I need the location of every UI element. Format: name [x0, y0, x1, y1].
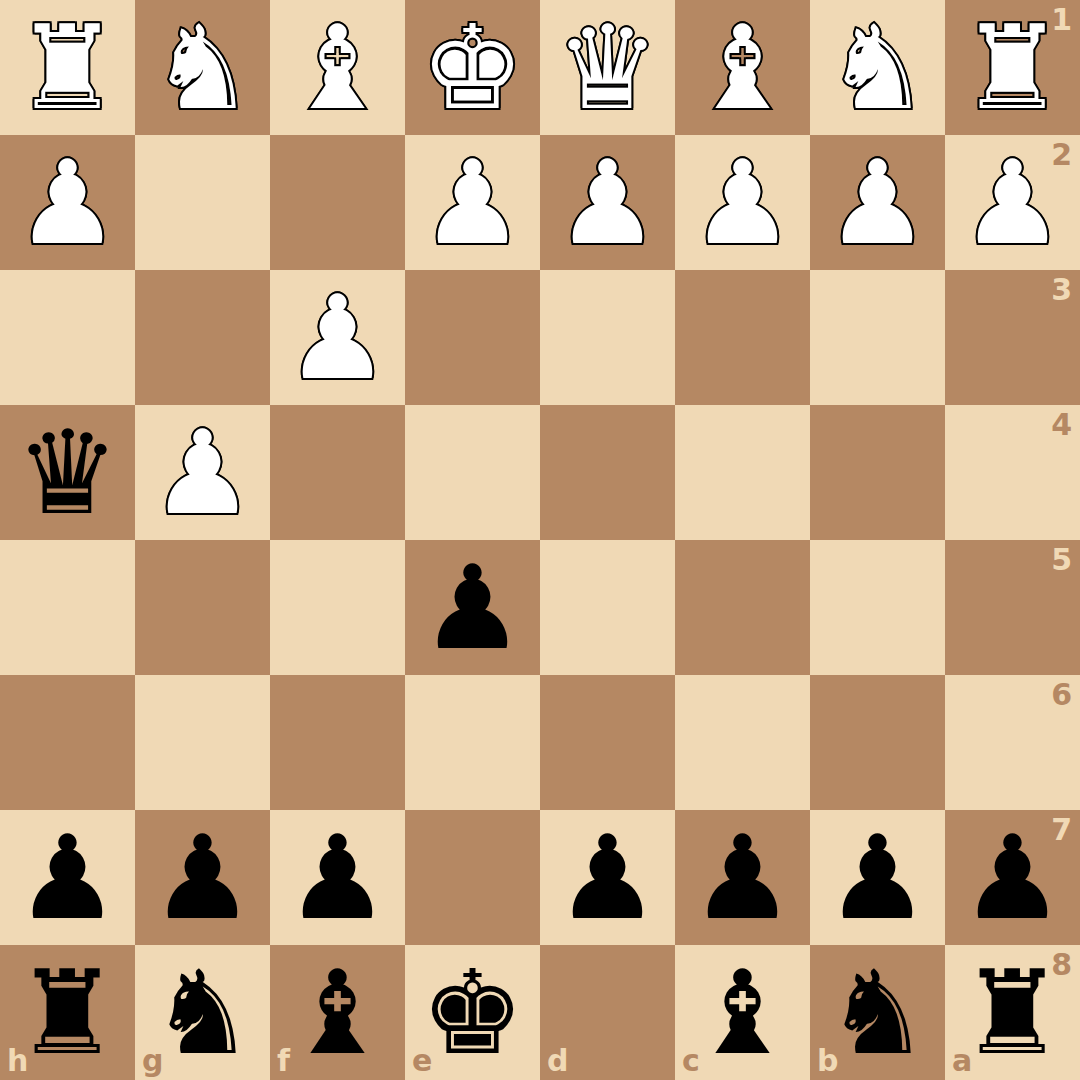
piece-black-pawn[interactable]: ♟	[151, 820, 255, 936]
piece-white-knight[interactable]: ♞	[151, 10, 255, 126]
square-f2[interactable]	[270, 135, 405, 270]
piece-black-king[interactable]: ♚	[421, 955, 525, 1071]
square-e6[interactable]	[405, 675, 540, 810]
rank-label-6: 6	[1051, 680, 1072, 710]
square-h2[interactable]: ♟	[0, 135, 135, 270]
piece-white-pawn[interactable]: ♟	[961, 145, 1065, 261]
square-b1[interactable]: ♞	[810, 0, 945, 135]
file-label-d: d	[547, 1046, 568, 1076]
rank-label-8: 8	[1051, 950, 1072, 980]
piece-black-pawn[interactable]: ♟	[16, 820, 120, 936]
square-h3[interactable]	[0, 270, 135, 405]
square-f4[interactable]	[270, 405, 405, 540]
square-c5[interactable]	[675, 540, 810, 675]
piece-black-pawn[interactable]: ♟	[286, 820, 390, 936]
rank-label-3: 3	[1051, 275, 1072, 305]
piece-white-king[interactable]: ♚	[421, 10, 525, 126]
rank-label-2: 2	[1051, 140, 1072, 170]
square-g6[interactable]	[135, 675, 270, 810]
file-label-a: a	[952, 1046, 972, 1076]
square-h7[interactable]: ♟	[0, 810, 135, 945]
rank-label-5: 5	[1051, 545, 1072, 575]
square-b5[interactable]	[810, 540, 945, 675]
piece-white-bishop[interactable]: ♝	[691, 10, 795, 126]
file-label-h: h	[7, 1046, 28, 1076]
rank-label-7: 7	[1051, 815, 1072, 845]
square-f7[interactable]: ♟	[270, 810, 405, 945]
piece-black-bishop[interactable]: ♝	[286, 955, 390, 1071]
square-b2[interactable]: ♟	[810, 135, 945, 270]
chess-board: ♜♞♝♚♛♝♞♜1♟♟♟♟♟♟2♟3♛♟4♟56♟♟♟♟♟♟♟7♜h♞g♝f♚e…	[0, 0, 1080, 1080]
square-g8[interactable]: ♞g	[135, 945, 270, 1080]
square-e4[interactable]	[405, 405, 540, 540]
file-label-e: e	[412, 1046, 432, 1076]
square-c8[interactable]: ♝c	[675, 945, 810, 1080]
piece-white-knight[interactable]: ♞	[826, 10, 930, 126]
square-a5[interactable]: 5	[945, 540, 1080, 675]
square-d1[interactable]: ♛	[540, 0, 675, 135]
file-label-b: b	[817, 1046, 838, 1076]
piece-black-pawn[interactable]: ♟	[691, 820, 795, 936]
square-a8[interactable]: ♜8a	[945, 945, 1080, 1080]
piece-white-pawn[interactable]: ♟	[16, 145, 120, 261]
square-g5[interactable]	[135, 540, 270, 675]
file-label-f: f	[277, 1046, 290, 1076]
piece-black-rook[interactable]: ♜	[961, 955, 1065, 1071]
piece-white-rook[interactable]: ♜	[961, 10, 1065, 126]
piece-white-queen[interactable]: ♛	[556, 10, 660, 126]
square-c3[interactable]	[675, 270, 810, 405]
square-a4[interactable]: 4	[945, 405, 1080, 540]
square-e1[interactable]: ♚	[405, 0, 540, 135]
square-e2[interactable]: ♟	[405, 135, 540, 270]
square-e8[interactable]: ♚e	[405, 945, 540, 1080]
board-wrapper: ♜♞♝♚♛♝♞♜1♟♟♟♟♟♟2♟3♛♟4♟56♟♟♟♟♟♟♟7♜h♞g♝f♚e…	[0, 0, 1080, 1080]
square-a1[interactable]: ♜1	[945, 0, 1080, 135]
rank-label-1: 1	[1051, 5, 1072, 35]
piece-white-pawn[interactable]: ♟	[421, 145, 525, 261]
piece-black-bishop[interactable]: ♝	[691, 955, 795, 1071]
rank-label-4: 4	[1051, 410, 1072, 440]
square-h6[interactable]	[0, 675, 135, 810]
square-a7[interactable]: ♟7	[945, 810, 1080, 945]
square-b7[interactable]: ♟	[810, 810, 945, 945]
square-d7[interactable]: ♟	[540, 810, 675, 945]
square-f5[interactable]	[270, 540, 405, 675]
piece-white-pawn[interactable]: ♟	[826, 145, 930, 261]
square-b3[interactable]	[810, 270, 945, 405]
square-h1[interactable]: ♜	[0, 0, 135, 135]
square-d3[interactable]	[540, 270, 675, 405]
piece-black-rook[interactable]: ♜	[16, 955, 120, 1071]
square-e7[interactable]	[405, 810, 540, 945]
piece-white-pawn[interactable]: ♟	[556, 145, 660, 261]
piece-white-bishop[interactable]: ♝	[286, 10, 390, 126]
square-c6[interactable]	[675, 675, 810, 810]
square-a2[interactable]: ♟2	[945, 135, 1080, 270]
square-c4[interactable]	[675, 405, 810, 540]
square-e3[interactable]	[405, 270, 540, 405]
square-b8[interactable]: ♞b	[810, 945, 945, 1080]
square-e5[interactable]: ♟	[405, 540, 540, 675]
square-d5[interactable]	[540, 540, 675, 675]
square-f3[interactable]: ♟	[270, 270, 405, 405]
square-d2[interactable]: ♟	[540, 135, 675, 270]
square-f1[interactable]: ♝	[270, 0, 405, 135]
square-b4[interactable]	[810, 405, 945, 540]
piece-black-pawn[interactable]: ♟	[556, 820, 660, 936]
file-label-c: c	[682, 1046, 700, 1076]
piece-black-pawn[interactable]: ♟	[421, 550, 525, 666]
square-g1[interactable]: ♞	[135, 0, 270, 135]
piece-black-knight[interactable]: ♞	[151, 955, 255, 1071]
square-d8[interactable]: d	[540, 945, 675, 1080]
piece-black-knight[interactable]: ♞	[826, 955, 930, 1071]
square-g2[interactable]	[135, 135, 270, 270]
piece-white-rook[interactable]: ♜	[16, 10, 120, 126]
square-c2[interactable]: ♟	[675, 135, 810, 270]
piece-black-queen[interactable]: ♛	[16, 415, 120, 531]
piece-black-pawn[interactable]: ♟	[961, 820, 1065, 936]
square-f8[interactable]: ♝f	[270, 945, 405, 1080]
piece-black-pawn[interactable]: ♟	[826, 820, 930, 936]
square-f6[interactable]	[270, 675, 405, 810]
square-a3[interactable]: 3	[945, 270, 1080, 405]
square-d6[interactable]	[540, 675, 675, 810]
square-h4[interactable]: ♛	[0, 405, 135, 540]
square-a6[interactable]: 6	[945, 675, 1080, 810]
square-c7[interactable]: ♟	[675, 810, 810, 945]
square-h5[interactable]	[0, 540, 135, 675]
piece-white-pawn[interactable]: ♟	[151, 415, 255, 531]
square-b6[interactable]	[810, 675, 945, 810]
square-c1[interactable]: ♝	[675, 0, 810, 135]
square-g4[interactable]: ♟	[135, 405, 270, 540]
square-g3[interactable]	[135, 270, 270, 405]
square-h8[interactable]: ♜h	[0, 945, 135, 1080]
file-label-g: g	[142, 1046, 163, 1076]
piece-white-pawn[interactable]: ♟	[691, 145, 795, 261]
square-g7[interactable]: ♟	[135, 810, 270, 945]
piece-white-pawn[interactable]: ♟	[286, 280, 390, 396]
square-d4[interactable]	[540, 405, 675, 540]
